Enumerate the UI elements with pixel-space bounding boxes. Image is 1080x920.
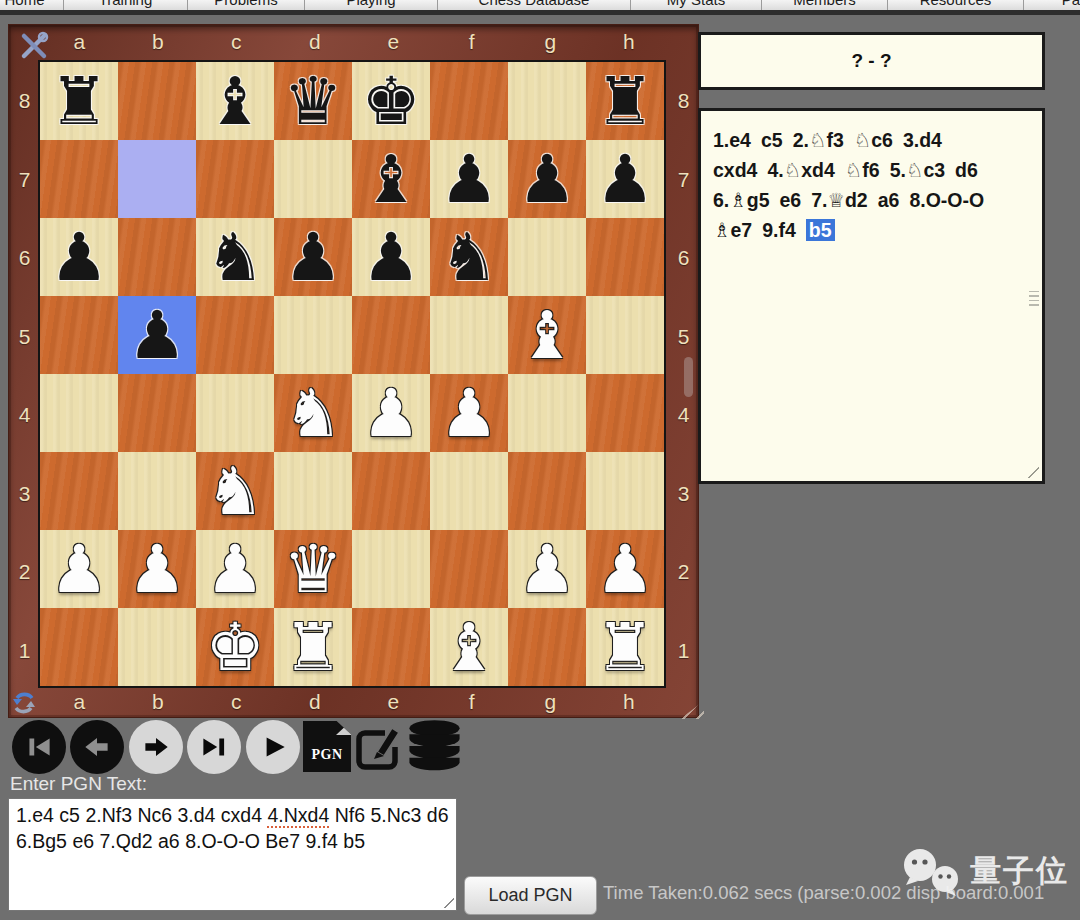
square-h6[interactable] <box>586 218 664 296</box>
rank-label-2: 2 <box>669 533 698 612</box>
black-knight[interactable]: ♞ <box>196 218 274 296</box>
square-e3[interactable] <box>352 452 430 530</box>
square-a6[interactable]: ♟ <box>40 218 118 296</box>
skip-to-end-icon <box>197 730 231 764</box>
nav-tabs: HomeTrainingProblemsPlayingChess Databas… <box>0 0 1080 10</box>
white-knight[interactable]: ♞ <box>196 452 274 530</box>
square-h3[interactable] <box>586 452 664 530</box>
square-f6[interactable]: ♞ <box>430 218 508 296</box>
square-e5[interactable] <box>352 296 430 374</box>
move-line: cxd44.♘xd4♘f65.♘c3d6 <box>713 156 1030 186</box>
square-h2[interactable]: ♟ <box>586 530 664 608</box>
square-g1[interactable] <box>508 608 586 686</box>
pgn-text-before: 1.e4 c5 2.Nf3 Nc6 3.d4 cxd4 <box>16 804 267 826</box>
move-c5[interactable]: c5 <box>761 129 783 151</box>
square-g4[interactable] <box>508 374 586 452</box>
move-1.e4[interactable]: 1.e4 <box>713 129 751 151</box>
autoplay-button[interactable] <box>246 720 300 774</box>
black-knight[interactable]: ♞ <box>430 218 508 296</box>
file-label-h: h <box>590 689 669 717</box>
skip-to-start-icon <box>22 730 56 764</box>
square-c7[interactable] <box>196 140 274 218</box>
square-c1[interactable]: ♚ <box>196 608 274 686</box>
white-pawn[interactable]: ♟ <box>586 530 664 608</box>
black-pawn[interactable]: ♟ <box>586 140 664 218</box>
pgn-file-label: PGN <box>303 747 351 763</box>
square-f2[interactable] <box>430 530 508 608</box>
rank-label-1: 1 <box>669 612 698 691</box>
rank-label-1: 1 <box>9 612 40 691</box>
move-8.O-O-O[interactable]: 8.O-O-O <box>909 189 984 211</box>
move-7.♕d2[interactable]: 7.♕d2 <box>811 189 868 211</box>
nav-tab-playing[interactable]: Playing <box>305 0 438 10</box>
square-g3[interactable] <box>508 452 586 530</box>
square-d5[interactable] <box>274 296 352 374</box>
black-queen[interactable]: ♛ <box>274 62 352 140</box>
move-list-resize-grip[interactable] <box>1024 463 1039 478</box>
square-d4[interactable]: ♞ <box>274 374 352 452</box>
rank-label-8: 8 <box>9 62 40 141</box>
nav-tab-label: Home <box>0 0 63 8</box>
pgn-entry-label: Enter PGN Text: <box>10 773 147 795</box>
nav-tab-chess-database[interactable]: Chess Database <box>438 0 631 10</box>
square-b7[interactable] <box>118 140 196 218</box>
previous-move-button[interactable] <box>70 720 124 774</box>
nav-underline <box>0 10 1080 15</box>
square-d8[interactable]: ♛ <box>274 62 352 140</box>
rank-label-8: 8 <box>669 62 698 141</box>
black-pawn[interactable]: ♟ <box>118 296 196 374</box>
chess-board: ♜♝♛♚♜♝♟♟♟♟♞♟♟♞♟♝♞♟♟♞♟♟♟♛♟♟♚♜♝♜ <box>38 60 666 688</box>
square-h5[interactable] <box>586 296 664 374</box>
file-label-c: c <box>197 689 276 717</box>
black-bishop[interactable]: ♝ <box>352 140 430 218</box>
move-line: ♗e79.f4b5 <box>713 216 1030 246</box>
pgn-textarea[interactable]: 1.e4 c5 2.Nf3 Nc6 3.d4 cxd4 4.Nxd4 Nf6 5… <box>8 798 457 911</box>
square-d6[interactable]: ♟ <box>274 218 352 296</box>
go-to-end-button[interactable] <box>187 720 241 774</box>
play-icon <box>256 730 290 764</box>
square-a1[interactable] <box>40 608 118 686</box>
file-label-a: a <box>40 25 119 62</box>
edit-pgn-button[interactable] <box>355 721 401 772</box>
square-e2[interactable] <box>352 530 430 608</box>
arrow-left-icon <box>80 730 114 764</box>
move-b5[interactable]: b5 <box>806 219 835 241</box>
file-labels-bottom: abcdefgh <box>40 689 668 717</box>
load-pgn-button[interactable]: Load PGN <box>464 876 597 915</box>
nav-tab-home[interactable]: Home <box>0 0 64 10</box>
square-h1[interactable]: ♜ <box>586 608 664 686</box>
move-line: 6.♗g5e67.♕d2a68.O-O-O <box>713 186 1030 216</box>
move-line: 1.e4c52.♘f3♘c63.d4 <box>713 126 1030 156</box>
white-rook[interactable]: ♜ <box>274 608 352 686</box>
move-d6[interactable]: d6 <box>955 159 978 181</box>
file-label-g: g <box>511 25 590 62</box>
nav-tab-label: Pa <box>1024 0 1080 8</box>
rank-label-7: 7 <box>669 141 698 220</box>
nav-tab-label: Problems <box>188 0 304 8</box>
white-bishop[interactable]: ♝ <box>508 296 586 374</box>
move-5.♘c3[interactable]: 5.♘c3 <box>890 159 945 181</box>
file-label-e: e <box>354 689 433 717</box>
square-f3[interactable] <box>430 452 508 530</box>
database-button[interactable] <box>405 719 464 773</box>
move-♘f6[interactable]: ♘f6 <box>845 159 880 181</box>
square-e7[interactable]: ♝ <box>352 140 430 218</box>
move-list-scrollbar-thumb[interactable] <box>1029 289 1039 306</box>
file-label-f: f <box>433 689 512 717</box>
nav-tab-label: My Stats <box>631 0 761 8</box>
rank-label-5: 5 <box>9 298 40 377</box>
refresh-icon[interactable] <box>11 690 37 716</box>
black-pawn[interactable]: ♟ <box>430 140 508 218</box>
nav-tab-label: Chess Database <box>438 0 630 8</box>
move-a6[interactable]: a6 <box>878 189 900 211</box>
white-pawn[interactable]: ♟ <box>196 530 274 608</box>
rank-label-6: 6 <box>9 219 40 298</box>
square-c2[interactable]: ♟ <box>196 530 274 608</box>
square-b8[interactable] <box>118 62 196 140</box>
nav-tab-label: Members <box>762 0 887 8</box>
move-4.♘xd4[interactable]: 4.♘xd4 <box>767 159 834 181</box>
black-bishop[interactable]: ♝ <box>196 62 274 140</box>
nav-tab-my-stats[interactable]: My Stats <box>631 0 762 10</box>
file-label-d: d <box>276 25 355 62</box>
settings-wrench-icon[interactable] <box>19 31 49 61</box>
move-2.♘f3[interactable]: 2.♘f3 <box>793 129 844 151</box>
rank-label-4: 4 <box>9 376 40 455</box>
rank-label-2: 2 <box>9 533 40 612</box>
file-label-f: f <box>433 25 512 62</box>
white-queen[interactable]: ♛ <box>274 530 352 608</box>
square-d2[interactable]: ♛ <box>274 530 352 608</box>
pgn-text-spellcheck: 4.Nxd4 <box>267 804 329 828</box>
square-d3[interactable] <box>274 452 352 530</box>
page-fold-icon <box>336 721 351 735</box>
square-e1[interactable] <box>352 608 430 686</box>
square-b3[interactable] <box>118 452 196 530</box>
load-pgn-label: Load PGN <box>488 885 572 906</box>
arrow-right-icon <box>139 730 173 764</box>
square-b6[interactable] <box>118 218 196 296</box>
nav-tab-pa[interactable]: Pa <box>1024 0 1080 10</box>
move-6.♗g5[interactable]: 6.♗g5 <box>713 189 770 211</box>
file-label-d: d <box>276 689 355 717</box>
game-result-header: ? - ? <box>698 32 1045 90</box>
square-e6[interactable]: ♟ <box>352 218 430 296</box>
square-f7[interactable]: ♟ <box>430 140 508 218</box>
square-a2[interactable]: ♟ <box>40 530 118 608</box>
pgn-file-button[interactable]: PGN <box>303 721 351 772</box>
rank-label-3: 3 <box>9 455 40 534</box>
move-♘c6[interactable]: ♘c6 <box>854 129 893 151</box>
board-resize-grip[interactable] <box>680 701 704 719</box>
square-c3[interactable]: ♞ <box>196 452 274 530</box>
square-b2[interactable]: ♟ <box>118 530 196 608</box>
board-scrollbar-thumb[interactable] <box>684 357 693 397</box>
white-rook[interactable]: ♜ <box>586 608 664 686</box>
move-e6[interactable]: e6 <box>780 189 802 211</box>
top-navbar: HomeTrainingProblemsPlayingChess Databas… <box>0 0 1080 15</box>
square-a4[interactable] <box>40 374 118 452</box>
black-pawn[interactable]: ♟ <box>40 218 118 296</box>
file-label-e: e <box>354 25 433 62</box>
white-knight[interactable]: ♞ <box>274 374 352 452</box>
nav-tab-label: Training <box>64 0 187 8</box>
move-list: 1.e4c52.♘f3♘c63.d4cxd44.♘xd4♘f65.♘c3d66.… <box>713 126 1030 246</box>
square-f5[interactable] <box>430 296 508 374</box>
move-3.d4[interactable]: 3.d4 <box>903 129 942 151</box>
white-pawn[interactable]: ♟ <box>508 530 586 608</box>
square-h7[interactable]: ♟ <box>586 140 664 218</box>
black-pawn[interactable]: ♟ <box>352 218 430 296</box>
rank-label-3: 3 <box>669 455 698 534</box>
black-pawn[interactable]: ♟ <box>508 140 586 218</box>
white-king[interactable]: ♚ <box>196 608 274 686</box>
file-label-b: b <box>119 689 198 717</box>
watermark: 量子位 <box>898 840 1080 902</box>
black-rook[interactable]: ♜ <box>40 62 118 140</box>
square-d1[interactable]: ♜ <box>274 608 352 686</box>
next-move-button[interactable] <box>129 720 183 774</box>
page: HomeTrainingProblemsPlayingChess Databas… <box>0 0 1080 920</box>
nav-tab-label: Playing <box>305 0 437 8</box>
square-b4[interactable] <box>118 374 196 452</box>
square-e4[interactable]: ♟ <box>352 374 430 452</box>
square-g5[interactable]: ♝ <box>508 296 586 374</box>
file-label-g: g <box>511 689 590 717</box>
white-bishop[interactable]: ♝ <box>430 608 508 686</box>
rank-label-6: 6 <box>669 219 698 298</box>
square-f1[interactable]: ♝ <box>430 608 508 686</box>
rank-labels-left: 87654321 <box>9 62 40 690</box>
nav-tab-training[interactable]: Training <box>64 0 188 10</box>
file-label-c: c <box>197 25 276 62</box>
white-pawn[interactable]: ♟ <box>118 530 196 608</box>
square-c4[interactable] <box>196 374 274 452</box>
black-pawn[interactable]: ♟ <box>274 218 352 296</box>
square-c8[interactable]: ♝ <box>196 62 274 140</box>
chess-board-frame: abcdefgh abcdefgh 87654321 87654321 ♜♝♛♚… <box>8 24 699 718</box>
result-text: ? - ? <box>851 50 891 72</box>
square-b1[interactable] <box>118 608 196 686</box>
nav-tab-members[interactable]: Members <box>762 0 888 10</box>
square-e8[interactable]: ♚ <box>352 62 430 140</box>
square-g2[interactable]: ♟ <box>508 530 586 608</box>
go-to-start-button[interactable] <box>12 720 66 774</box>
black-king[interactable]: ♚ <box>352 62 430 140</box>
black-rook[interactable]: ♜ <box>586 62 664 140</box>
square-a3[interactable] <box>40 452 118 530</box>
watermark-logo-icon <box>898 843 966 899</box>
square-f4[interactable]: ♟ <box>430 374 508 452</box>
square-b5[interactable]: ♟ <box>118 296 196 374</box>
move-♗e7[interactable]: ♗e7 <box>713 219 752 241</box>
rank-label-7: 7 <box>9 141 40 220</box>
nav-tab-resources[interactable]: Resources <box>888 0 1024 10</box>
square-h8[interactable]: ♜ <box>586 62 664 140</box>
square-f8[interactable] <box>430 62 508 140</box>
square-g8[interactable] <box>508 62 586 140</box>
square-a7[interactable] <box>40 140 118 218</box>
square-d7[interactable] <box>274 140 352 218</box>
file-label-b: b <box>119 25 198 62</box>
white-pawn[interactable]: ♟ <box>352 374 430 452</box>
nav-tab-label: Resources <box>888 0 1023 8</box>
file-labels-top: abcdefgh <box>40 25 668 62</box>
square-g6[interactable] <box>508 218 586 296</box>
square-a8[interactable]: ♜ <box>40 62 118 140</box>
white-pawn[interactable]: ♟ <box>40 530 118 608</box>
textarea-resize-grip[interactable] <box>441 895 454 908</box>
square-a5[interactable] <box>40 296 118 374</box>
square-h4[interactable] <box>586 374 664 452</box>
file-label-h: h <box>590 25 669 62</box>
square-c5[interactable] <box>196 296 274 374</box>
square-c6[interactable]: ♞ <box>196 218 274 296</box>
file-label-a: a <box>40 689 119 717</box>
move-9.f4[interactable]: 9.f4 <box>762 219 796 241</box>
watermark-text: 量子位 <box>970 850 1069 892</box>
move-list-panel: 1.e4c52.♘f3♘c63.d4cxd44.♘xd4♘f65.♘c3d66.… <box>698 108 1045 484</box>
nav-tab-problems[interactable]: Problems <box>188 0 305 10</box>
white-pawn[interactable]: ♟ <box>430 374 508 452</box>
move-cxd4[interactable]: cxd4 <box>713 159 757 181</box>
square-g7[interactable]: ♟ <box>508 140 586 218</box>
